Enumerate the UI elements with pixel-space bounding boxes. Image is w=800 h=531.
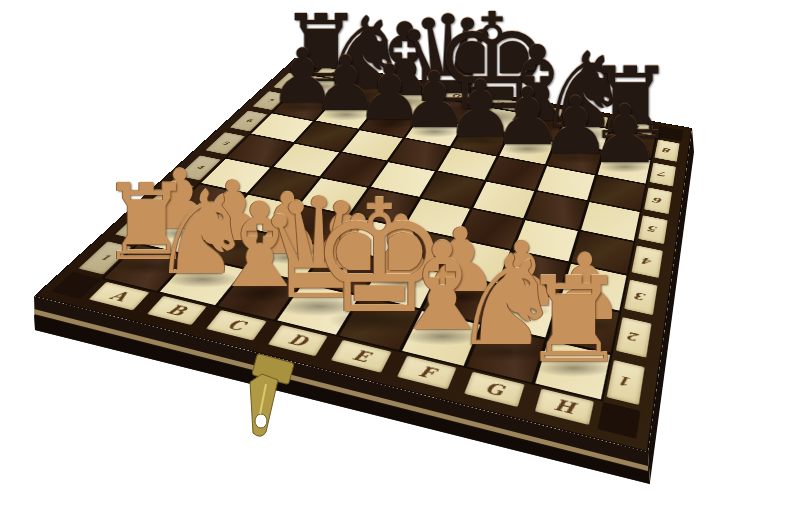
brass-latch (250, 353, 294, 436)
black-pawn[interactable]: ♟ (589, 95, 661, 175)
rank-label: 4 (632, 245, 663, 277)
rank-label: 3 (624, 279, 657, 315)
white-rook[interactable]: ♜ (521, 261, 627, 379)
chess-set-photo: ABCDEFGH ABCDEFGH 87654321 87654321 ♜♞♝♛… (0, 0, 800, 531)
rank-label: 5 (638, 215, 667, 244)
rank-label: 6 (644, 187, 672, 213)
